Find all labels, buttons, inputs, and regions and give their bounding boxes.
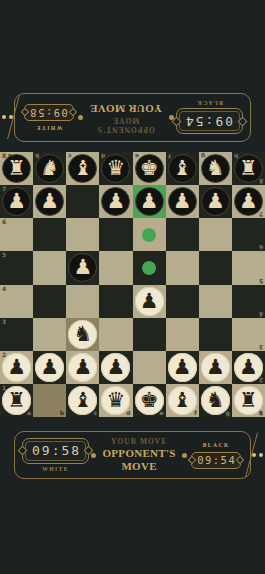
coord-file-g-bottom: g bbox=[226, 410, 230, 416]
status-your-move: YOUR MOVE bbox=[108, 438, 170, 447]
square-h7[interactable]: 7♟ bbox=[232, 185, 265, 218]
square-e4[interactable]: ♟ bbox=[133, 285, 166, 318]
square-f7[interactable]: ♟ bbox=[166, 185, 199, 218]
white-pawn-c2[interactable]: ♟ bbox=[68, 353, 97, 382]
black-pawn-c5[interactable]: ♟ bbox=[68, 253, 97, 282]
white-knight-c3[interactable]: ♞ bbox=[68, 320, 97, 349]
white-pawn-a2[interactable]: ♟ bbox=[2, 353, 31, 382]
square-a5[interactable]: 5 bbox=[0, 251, 33, 284]
white-pawn-h2[interactable]: ♟ bbox=[234, 353, 263, 382]
black-king-e8[interactable]: ♚ bbox=[135, 154, 164, 183]
black-turn-status: OPPONENT'S MOVE YOUR MOVE bbox=[85, 102, 167, 133]
black-side-clock-time: 09:54 bbox=[191, 452, 241, 469]
black-bishop-f8[interactable]: ♝ bbox=[168, 154, 197, 183]
white-side-clock-label: WHITE bbox=[24, 125, 74, 131]
white-side-clock: WHITE 09:58 bbox=[24, 104, 74, 131]
square-g8[interactable]: g♞ bbox=[199, 152, 232, 185]
square-e8[interactable]: e♚ bbox=[133, 152, 166, 185]
white-clock-time: 09:58 bbox=[25, 441, 86, 461]
coord-rank-8-right-rotated: 8 bbox=[259, 178, 263, 184]
square-b8[interactable]: b♞ bbox=[33, 152, 66, 185]
square-c1[interactable]: c♝ bbox=[66, 384, 99, 417]
player-panel-black: 09:54 BLACK OPPONENT'S MOVE YOUR MOVE WH… bbox=[14, 93, 251, 142]
status-opponents-move: OPPONENT'S MOVE bbox=[99, 447, 179, 472]
connector-dot bbox=[78, 115, 83, 120]
black-clock-box: 09:54 bbox=[176, 109, 243, 135]
black-pawn-e7[interactable]: ♟ bbox=[135, 187, 164, 216]
square-b7[interactable]: ♟ bbox=[33, 185, 66, 218]
square-e5[interactable] bbox=[133, 251, 166, 284]
coord-file-a-bottom: a bbox=[27, 410, 31, 416]
coord-file-e-bottom: e bbox=[160, 410, 164, 416]
square-c4[interactable] bbox=[66, 285, 99, 318]
coord-file-b-bottom: b bbox=[60, 410, 64, 416]
square-d5[interactable] bbox=[99, 251, 132, 284]
square-a4[interactable]: 4 bbox=[0, 285, 33, 318]
black-knight-b8[interactable]: ♞ bbox=[35, 154, 64, 183]
square-d1[interactable]: d♛ bbox=[99, 384, 132, 417]
status-opponents-move: OPPONENT'S MOVE bbox=[95, 116, 157, 133]
square-a1[interactable]: 1a♜ bbox=[0, 384, 33, 417]
coord-file-h-bottom: h bbox=[259, 410, 263, 416]
black-pawn-g7[interactable]: ♟ bbox=[201, 187, 230, 216]
legal-move-dot-e6[interactable] bbox=[142, 228, 156, 242]
coord-file-f-top-rotated: f bbox=[168, 153, 171, 159]
square-f4[interactable] bbox=[166, 285, 199, 318]
square-f5[interactable] bbox=[166, 251, 199, 284]
square-e6[interactable] bbox=[133, 218, 166, 251]
black-bishop-c8[interactable]: ♝ bbox=[68, 154, 97, 183]
coord-rank-7-right-rotated: 7 bbox=[259, 211, 263, 217]
square-e7[interactable]: ♟ bbox=[133, 185, 166, 218]
white-side-clock-time: 09:58 bbox=[24, 104, 74, 121]
legal-move-dot-e5[interactable] bbox=[142, 261, 156, 275]
black-pawn-a7[interactable]: ♟ bbox=[2, 187, 31, 216]
coord-file-c-bottom: c bbox=[94, 410, 98, 416]
square-a7[interactable]: 7♟ bbox=[0, 185, 33, 218]
white-king-e1[interactable]: ♚ bbox=[135, 386, 164, 415]
menu-button-white[interactable] bbox=[252, 453, 265, 457]
square-b5[interactable] bbox=[33, 251, 66, 284]
white-pawn-e4[interactable]: ♟ bbox=[135, 287, 164, 316]
black-side-clock: BLACK 09:54 bbox=[191, 442, 241, 469]
square-c5[interactable]: ♟ bbox=[66, 251, 99, 284]
square-d3[interactable] bbox=[99, 318, 132, 351]
square-b3[interactable] bbox=[33, 318, 66, 351]
square-a3[interactable]: 3 bbox=[0, 318, 33, 351]
white-pawn-g2[interactable]: ♟ bbox=[201, 353, 230, 382]
square-g4[interactable] bbox=[199, 285, 232, 318]
square-d8[interactable]: d♛ bbox=[99, 152, 132, 185]
square-a8[interactable]: 8a♜ bbox=[0, 152, 33, 185]
square-f1[interactable]: f♝ bbox=[166, 384, 199, 417]
black-rook-a8[interactable]: ♜ bbox=[2, 154, 31, 183]
square-b2[interactable]: ♟ bbox=[33, 351, 66, 384]
square-f3[interactable] bbox=[166, 318, 199, 351]
coord-file-d-bottom: d bbox=[126, 410, 130, 416]
square-f2[interactable]: ♟ bbox=[166, 351, 199, 384]
square-e1[interactable]: e♚ bbox=[133, 384, 166, 417]
white-bishop-f1[interactable]: ♝ bbox=[168, 386, 197, 415]
chess-board: 8a♜b♞c♝d♛e♚f♝g♞8h♜7♟♟♟♟♟♟7♟665♟54♟43♞32♟… bbox=[0, 152, 265, 417]
player-panel-white: 09:58 WHITE YOUR MOVE OPPONENT'S MOVE BL… bbox=[14, 431, 251, 479]
square-c7[interactable] bbox=[66, 185, 99, 218]
white-pawn-d2[interactable]: ♟ bbox=[101, 353, 130, 382]
white-clock-box: 09:58 bbox=[22, 438, 89, 464]
square-g5[interactable] bbox=[199, 251, 232, 284]
white-turn-status: YOUR MOVE OPPONENT'S MOVE bbox=[98, 438, 180, 473]
connector-dot bbox=[91, 453, 96, 458]
square-g3[interactable] bbox=[199, 318, 232, 351]
square-h4[interactable]: 4 bbox=[232, 285, 265, 318]
square-h3[interactable]: 3 bbox=[232, 318, 265, 351]
square-g7[interactable]: ♟ bbox=[199, 185, 232, 218]
square-e3[interactable] bbox=[133, 318, 166, 351]
square-c3[interactable]: ♞ bbox=[66, 318, 99, 351]
black-main-clock: 09:54 BLACK bbox=[176, 101, 243, 135]
white-pawn-b2[interactable]: ♟ bbox=[35, 353, 64, 382]
square-h2[interactable]: 2♟ bbox=[232, 351, 265, 384]
black-clock-time: 09:54 bbox=[179, 112, 240, 132]
square-f6[interactable] bbox=[166, 218, 199, 251]
ellipsis-icon bbox=[252, 453, 256, 457]
white-main-clock: 09:58 WHITE bbox=[22, 438, 89, 472]
square-d6[interactable] bbox=[99, 218, 132, 251]
coord-rank-6-right-rotated: 6 bbox=[259, 244, 263, 250]
menu-button-black[interactable] bbox=[0, 116, 13, 120]
square-d2[interactable]: ♟ bbox=[99, 351, 132, 384]
square-g2[interactable]: ♟ bbox=[199, 351, 232, 384]
square-c6[interactable] bbox=[66, 218, 99, 251]
square-b1[interactable]: b bbox=[33, 384, 66, 417]
square-a6[interactable]: 6 bbox=[0, 218, 33, 251]
square-f8[interactable]: f♝ bbox=[166, 152, 199, 185]
square-g6[interactable] bbox=[199, 218, 232, 251]
white-rook-h1[interactable]: ♜ bbox=[234, 386, 263, 415]
black-queen-d8[interactable]: ♛ bbox=[101, 154, 130, 183]
square-b4[interactable] bbox=[33, 285, 66, 318]
coord-file-f-bottom: f bbox=[194, 410, 197, 416]
square-d4[interactable] bbox=[99, 285, 132, 318]
black-pawn-h7[interactable]: ♟ bbox=[234, 187, 263, 216]
black-pawn-f7[interactable]: ♟ bbox=[168, 187, 197, 216]
status-your-move: YOUR MOVE bbox=[86, 102, 166, 115]
square-h6[interactable]: 6 bbox=[232, 218, 265, 251]
coord-rank-3-left: 3 bbox=[2, 319, 6, 325]
square-c2[interactable]: ♟ bbox=[66, 351, 99, 384]
white-pawn-f2[interactable]: ♟ bbox=[168, 353, 197, 382]
black-pawn-b7[interactable]: ♟ bbox=[35, 187, 64, 216]
connector-dot bbox=[182, 453, 187, 458]
white-rook-a1[interactable]: ♜ bbox=[2, 386, 31, 415]
square-d7[interactable]: ♟ bbox=[99, 185, 132, 218]
coord-rank-6-left: 6 bbox=[2, 219, 6, 225]
square-b6[interactable] bbox=[33, 218, 66, 251]
coord-rank-5-left: 5 bbox=[2, 252, 6, 258]
square-h8[interactable]: 8h♜ bbox=[232, 152, 265, 185]
white-knight-g1[interactable]: ♞ bbox=[201, 386, 230, 415]
coord-rank-5-right-rotated: 5 bbox=[259, 278, 263, 284]
black-knight-g8[interactable]: ♞ bbox=[201, 154, 230, 183]
square-e2[interactable] bbox=[133, 351, 166, 384]
square-g1[interactable]: g♞ bbox=[199, 384, 232, 417]
square-h5[interactable]: 5 bbox=[232, 251, 265, 284]
app-screen: 09:54 BLACK OPPONENT'S MOVE YOUR MOVE WH… bbox=[0, 0, 265, 574]
white-clock-label: WHITE bbox=[22, 466, 89, 472]
coord-rank-2-right-rotated: 2 bbox=[259, 377, 263, 383]
coord-rank-4-left: 4 bbox=[2, 286, 6, 292]
black-side-clock-label: BLACK bbox=[191, 442, 241, 448]
coord-rank-3-right-rotated: 3 bbox=[259, 344, 263, 350]
coord-rank-4-right-rotated: 4 bbox=[259, 311, 263, 317]
square-h1[interactable]: 1h♜ bbox=[232, 384, 265, 417]
square-a2[interactable]: 2♟ bbox=[0, 351, 33, 384]
black-rook-h8[interactable]: ♜ bbox=[234, 154, 263, 183]
black-clock-label: BLACK bbox=[176, 101, 243, 107]
black-pawn-d7[interactable]: ♟ bbox=[101, 187, 130, 216]
square-c8[interactable]: c♝ bbox=[66, 152, 99, 185]
